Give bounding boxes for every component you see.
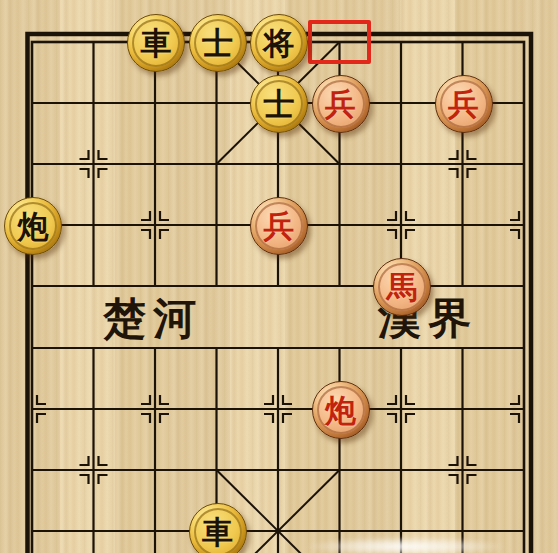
piece-black-advisor[interactable]: 士 [189, 14, 247, 72]
piece-glyph: 兵 [440, 80, 488, 128]
piece-glyph: 炮 [9, 202, 57, 250]
piece-glyph: 車 [194, 508, 242, 553]
piece-glyph: 車 [132, 19, 180, 67]
wood-glare-highlight [303, 537, 508, 553]
piece-red-soldier[interactable]: 兵 [250, 197, 308, 255]
piece-glyph: 兵 [255, 202, 303, 250]
piece-glyph: 士 [255, 80, 303, 128]
xiangqi-game-screen: 楚河 漢界 車士将士兵兵炮兵馬炮車 [0, 0, 558, 553]
pieces-layer: 車士将士兵兵炮兵馬炮車 [0, 0, 558, 553]
piece-red-soldier[interactable]: 兵 [435, 75, 493, 133]
piece-black-chariot[interactable]: 車 [189, 503, 247, 553]
piece-glyph: 兵 [317, 80, 365, 128]
piece-glyph: 士 [194, 19, 242, 67]
piece-red-horse[interactable]: 馬 [373, 258, 431, 316]
piece-glyph: 将 [255, 19, 303, 67]
piece-red-cannon[interactable]: 炮 [312, 381, 370, 439]
highlight-square [308, 20, 371, 64]
piece-red-soldier[interactable]: 兵 [312, 75, 370, 133]
piece-black-chariot[interactable]: 車 [127, 14, 185, 72]
piece-black-advisor[interactable]: 士 [250, 75, 308, 133]
piece-glyph: 炮 [317, 386, 365, 434]
piece-glyph: 馬 [378, 263, 426, 311]
piece-black-general[interactable]: 将 [250, 14, 308, 72]
piece-black-cannon[interactable]: 炮 [4, 197, 62, 255]
